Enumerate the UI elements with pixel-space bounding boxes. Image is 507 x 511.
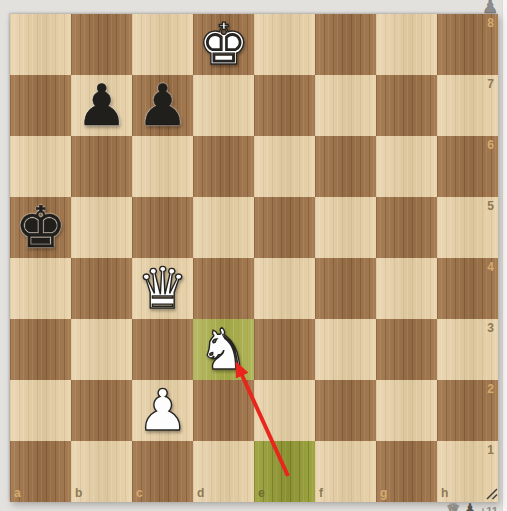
square-a2[interactable] [10, 380, 71, 441]
square-c4[interactable]: ♛ [132, 258, 193, 319]
file-label-g: g [380, 487, 387, 499]
square-c8[interactable] [132, 14, 193, 75]
file-label-h: h [441, 487, 448, 499]
right-edge-strip [502, 0, 507, 511]
rank-label-2: 2 [487, 383, 494, 395]
rank-label-8: 8 [487, 17, 494, 29]
square-h6[interactable]: 6 [437, 136, 498, 197]
square-b6[interactable] [71, 136, 132, 197]
file-label-a: a [14, 487, 21, 499]
square-e5[interactable] [254, 197, 315, 258]
piece-white-pawn[interactable]: ♟ [137, 380, 188, 441]
square-d4[interactable] [193, 258, 254, 319]
square-c5[interactable] [132, 197, 193, 258]
square-b5[interactable] [71, 197, 132, 258]
square-b4[interactable] [71, 258, 132, 319]
square-d1[interactable]: d [193, 441, 254, 502]
square-b3[interactable] [71, 319, 132, 380]
square-g5[interactable] [376, 197, 437, 258]
square-b7[interactable]: ♟ [71, 75, 132, 136]
square-e4[interactable] [254, 258, 315, 319]
square-e7[interactable] [254, 75, 315, 136]
square-g8[interactable] [376, 14, 437, 75]
square-b2[interactable] [71, 380, 132, 441]
square-e3[interactable] [254, 319, 315, 380]
square-c3[interactable] [132, 319, 193, 380]
square-a8[interactable] [10, 14, 71, 75]
square-g3[interactable] [376, 319, 437, 380]
square-e6[interactable] [254, 136, 315, 197]
square-h5[interactable]: 5 [437, 197, 498, 258]
square-c7[interactable]: ♟ [132, 75, 193, 136]
rank-label-7: 7 [487, 78, 494, 90]
rank-label-4: 4 [487, 261, 494, 273]
square-h2[interactable]: 2 [437, 380, 498, 441]
piece-white-knight[interactable]: ♞ [198, 319, 249, 380]
square-a3[interactable] [10, 319, 71, 380]
square-g7[interactable] [376, 75, 437, 136]
square-g1[interactable]: g [376, 441, 437, 502]
captured-queen-icon: ♛ [446, 502, 460, 511]
piece-white-king[interactable]: ♚ [198, 14, 249, 75]
square-d2[interactable] [193, 380, 254, 441]
file-label-b: b [75, 487, 82, 499]
square-b1[interactable]: b [71, 441, 132, 502]
square-a6[interactable] [10, 136, 71, 197]
file-label-d: d [197, 487, 204, 499]
square-h8[interactable]: 8 [437, 14, 498, 75]
rank-label-3: 3 [487, 322, 494, 334]
square-d7[interactable] [193, 75, 254, 136]
square-a1[interactable]: a [10, 441, 71, 502]
square-e1[interactable]: e [254, 441, 315, 502]
square-c2[interactable]: ♟ [132, 380, 193, 441]
square-g2[interactable] [376, 380, 437, 441]
square-d8[interactable]: ♚ [193, 14, 254, 75]
material-advantage: +11 [480, 502, 498, 511]
captured-pieces-row: ♛ ♟ +11 [446, 502, 498, 511]
square-a4[interactable] [10, 258, 71, 319]
piece-black-king[interactable]: ♚ [15, 197, 66, 258]
square-d3[interactable]: ♞ [193, 319, 254, 380]
square-f7[interactable] [315, 75, 376, 136]
rank-label-6: 6 [487, 139, 494, 151]
square-f6[interactable] [315, 136, 376, 197]
file-label-e: e [258, 487, 265, 499]
square-f5[interactable] [315, 197, 376, 258]
square-d6[interactable] [193, 136, 254, 197]
square-c1[interactable]: c [132, 441, 193, 502]
square-g6[interactable] [376, 136, 437, 197]
square-f4[interactable] [315, 258, 376, 319]
piece-black-pawn[interactable]: ♟ [76, 75, 127, 136]
square-f2[interactable] [315, 380, 376, 441]
piece-black-pawn[interactable]: ♟ [137, 75, 188, 136]
square-h4[interactable]: 4 [437, 258, 498, 319]
square-d5[interactable] [193, 197, 254, 258]
file-label-f: f [319, 487, 323, 499]
square-f1[interactable]: f [315, 441, 376, 502]
square-h7[interactable]: 7 [437, 75, 498, 136]
square-c6[interactable] [132, 136, 193, 197]
square-b8[interactable] [71, 14, 132, 75]
square-a5[interactable]: ♚ [10, 197, 71, 258]
square-f3[interactable] [315, 319, 376, 380]
rank-label-1: 1 [487, 444, 494, 456]
piece-white-queen[interactable]: ♛ [137, 258, 188, 319]
captured-pawn-group-icon: ♟ [463, 502, 476, 511]
square-e8[interactable] [254, 14, 315, 75]
square-g4[interactable] [376, 258, 437, 319]
board-resize-handle[interactable] [484, 486, 498, 500]
square-e2[interactable] [254, 380, 315, 441]
chess-board[interactable]: ♚8♟♟76♚5♛4♞3♟2abcdefg1h [10, 14, 498, 502]
file-label-c: c [136, 487, 143, 499]
rank-label-5: 5 [487, 200, 494, 212]
square-a7[interactable] [10, 75, 71, 136]
square-h3[interactable]: 3 [437, 319, 498, 380]
square-f8[interactable] [315, 14, 376, 75]
